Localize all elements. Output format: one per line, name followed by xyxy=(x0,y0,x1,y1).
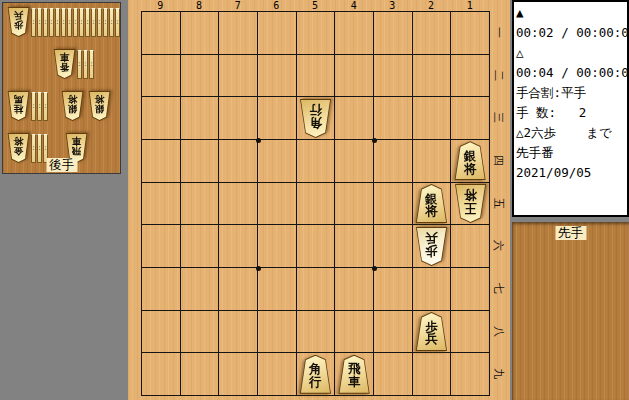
stacked-piece-edge: : xyxy=(49,8,54,37)
piece-歩兵-sente[interactable]: 歩兵 xyxy=(415,312,448,351)
gote-side-panel: 飛車金将:::銀将銀将桂馬:::香車:::歩兵::::::::::::::: 後… xyxy=(0,0,128,400)
sente-captured-tray[interactable]: 先手 xyxy=(512,222,629,400)
square-2-八[interactable]: 歩兵 xyxy=(413,311,452,354)
piece-歩兵-gote[interactable]: 歩兵 xyxy=(415,227,448,266)
square-8-六[interactable] xyxy=(181,225,220,268)
file-label-7: 7 xyxy=(218,0,257,11)
file-label-2: 2 xyxy=(412,0,451,11)
rank-label-一: 一 xyxy=(490,11,507,54)
square-6-三[interactable] xyxy=(258,97,297,140)
square-1-四[interactable]: 銀将 xyxy=(451,140,490,183)
square-7-六[interactable] xyxy=(219,225,258,268)
board-grid: 角行銀将銀将王将歩兵歩兵角行飛車 xyxy=(141,11,490,396)
rank-label-三: 三 xyxy=(490,96,507,139)
square-3-五[interactable] xyxy=(374,183,413,226)
square-9-九[interactable] xyxy=(142,353,181,396)
gote-captured-tray[interactable]: 飛車金将:::銀将銀将桂馬:::香車:::歩兵::::::::::::::: 後… xyxy=(2,2,121,174)
piece-銀将-sente[interactable]: 銀将 xyxy=(415,184,448,223)
square-2-九[interactable] xyxy=(413,353,452,396)
file-label-1: 1 xyxy=(450,0,489,11)
info-line-1: 00:02 / 00:00:02 xyxy=(516,23,625,43)
rank-label-四: 四 xyxy=(490,139,507,182)
stacked-piece-edge: : xyxy=(67,8,72,37)
square-7-一[interactable] xyxy=(219,12,258,55)
square-8-一[interactable] xyxy=(181,12,220,55)
gote-hand-桂馬-x4[interactable]: 桂馬::: xyxy=(7,91,48,121)
square-2-一[interactable] xyxy=(413,12,452,55)
stacked-piece-edge: : xyxy=(43,92,48,121)
square-8-四[interactable] xyxy=(181,140,220,183)
square-1-六[interactable] xyxy=(451,225,490,268)
piece-inner: 銀将 xyxy=(416,185,447,222)
stacked-piece-edge: : xyxy=(31,8,36,37)
square-7-七[interactable] xyxy=(219,268,258,311)
square-1-一[interactable] xyxy=(451,12,490,55)
file-label-6: 6 xyxy=(257,0,296,11)
info-line-7: 先手番 xyxy=(516,143,625,163)
square-3-七[interactable] xyxy=(374,268,413,311)
rank-label-九: 九 xyxy=(490,352,507,395)
square-8-九[interactable] xyxy=(181,353,220,396)
square-2-六[interactable]: 歩兵 xyxy=(413,225,452,268)
square-9-三[interactable] xyxy=(142,97,181,140)
square-5-八[interactable] xyxy=(297,311,336,354)
stacked-piece-edge: : xyxy=(85,8,90,37)
square-1-七[interactable] xyxy=(451,268,490,311)
square-5-七[interactable] xyxy=(297,268,336,311)
square-2-四[interactable] xyxy=(413,140,452,183)
stacked-piece-edge: : xyxy=(77,50,82,79)
square-7-九[interactable] xyxy=(219,353,258,396)
square-4-三[interactable] xyxy=(335,97,374,140)
shogi-app: 飛車金将:::銀将銀将桂馬:::香車:::歩兵::::::::::::::: 後… xyxy=(0,0,629,400)
info-side-panel: ▲00:02 / 00:00:02△00:04 / 00:00:04手合割:平手… xyxy=(510,0,629,400)
square-1-五[interactable]: 王将 xyxy=(451,183,490,226)
stacked-piece-edge: : xyxy=(79,8,84,37)
gote-hand-香車-x4[interactable]: 香車::: xyxy=(53,49,94,79)
stacked-piece-edge: : xyxy=(37,8,42,37)
square-4-七[interactable] xyxy=(335,268,374,311)
square-6-二[interactable] xyxy=(258,55,297,98)
stacked-piece-edge: : xyxy=(109,8,114,37)
square-4-二[interactable] xyxy=(335,55,374,98)
info-line-4: 手合割:平手 xyxy=(516,83,625,103)
stacked-piece-edge: : xyxy=(91,8,96,37)
piece-桂馬-gote[interactable]: 桂馬 xyxy=(7,91,30,121)
square-5-六[interactable] xyxy=(297,225,336,268)
sente-label: 先手 xyxy=(555,226,586,240)
square-4-八[interactable] xyxy=(335,311,374,354)
info-line-0: ▲ xyxy=(516,3,625,23)
square-9-四[interactable] xyxy=(142,140,181,183)
rank-label-二: 二 xyxy=(490,54,507,97)
square-1-三[interactable] xyxy=(451,97,490,140)
square-4-一[interactable] xyxy=(335,12,374,55)
square-3-九[interactable] xyxy=(374,353,413,396)
stacked-piece-edge: : xyxy=(97,8,102,37)
file-label-8: 8 xyxy=(180,0,219,11)
hoshi-dot xyxy=(256,138,261,143)
stacked-piece-edge: : xyxy=(31,134,36,163)
square-6-七[interactable] xyxy=(258,268,297,311)
square-6-八[interactable] xyxy=(258,311,297,354)
square-4-九[interactable]: 飛車 xyxy=(335,353,374,396)
stacked-piece-edge: : xyxy=(61,8,66,37)
square-9-一[interactable] xyxy=(142,12,181,55)
square-9-六[interactable] xyxy=(142,225,181,268)
piece-inner: 歩兵 xyxy=(416,228,447,265)
file-labels: 987654321 xyxy=(141,0,489,11)
stacked-piece-edge: : xyxy=(115,8,120,37)
hoshi-dot xyxy=(256,266,261,271)
square-7-八[interactable] xyxy=(219,311,258,354)
piece-inner: 角行 xyxy=(300,100,331,137)
rank-label-六: 六 xyxy=(490,224,507,267)
square-2-三[interactable] xyxy=(413,97,452,140)
square-7-二[interactable] xyxy=(219,55,258,98)
square-8-七[interactable] xyxy=(181,268,220,311)
rank-labels: 一二三四五六七八九 xyxy=(490,11,507,395)
square-4-五[interactable] xyxy=(335,183,374,226)
rank-label-七: 七 xyxy=(490,267,507,310)
square-5-五[interactable] xyxy=(297,183,336,226)
rank-label-八: 八 xyxy=(490,310,507,353)
info-line-5: 手 数: 2 xyxy=(516,103,625,123)
square-5-三[interactable]: 角行 xyxy=(297,97,336,140)
square-3-六[interactable] xyxy=(374,225,413,268)
square-9-五[interactable] xyxy=(142,183,181,226)
square-7-五[interactable] xyxy=(219,183,258,226)
stacked-piece-edge: : xyxy=(55,8,60,37)
gote-label: 後手 xyxy=(46,158,77,172)
info-panel: ▲00:02 / 00:00:02△00:04 / 00:00:04手合割:平手… xyxy=(512,0,629,217)
square-5-二[interactable] xyxy=(297,55,336,98)
piece-inner: 銀将 xyxy=(455,142,486,179)
info-line-8: 2021/09/05 xyxy=(516,163,625,183)
piece-飛車-sente[interactable]: 飛車 xyxy=(338,355,371,394)
square-2-五[interactable]: 銀将 xyxy=(413,183,452,226)
square-6-六[interactable] xyxy=(258,225,297,268)
square-3-四[interactable] xyxy=(374,140,413,183)
square-1-八[interactable] xyxy=(451,311,490,354)
square-5-九[interactable]: 角行 xyxy=(297,353,336,396)
square-6-五[interactable] xyxy=(258,183,297,226)
square-9-七[interactable] xyxy=(142,268,181,311)
square-5-四[interactable] xyxy=(297,140,336,183)
piece-角行-sente[interactable]: 角行 xyxy=(299,355,332,394)
hoshi-dot xyxy=(372,138,377,143)
piece-銀将-gote[interactable]: 銀将 xyxy=(61,91,84,121)
info-line-2: △ xyxy=(516,43,625,63)
shogi-board: 987654321 角行銀将銀将王将歩兵歩兵角行飛車 一二三四五六七八九 xyxy=(128,0,510,400)
file-label-3: 3 xyxy=(373,0,412,11)
file-label-4: 4 xyxy=(334,0,373,11)
square-3-八[interactable] xyxy=(374,311,413,354)
gote-hand-金将-x4[interactable]: 金将::: xyxy=(7,133,48,163)
piece-銀将-gote[interactable]: 銀将 xyxy=(88,91,111,121)
square-6-一[interactable] xyxy=(258,12,297,55)
square-8-二[interactable] xyxy=(181,55,220,98)
piece-銀将-sente[interactable]: 銀将 xyxy=(454,141,487,180)
square-1-九[interactable] xyxy=(451,353,490,396)
piece-香車-gote[interactable]: 香車 xyxy=(53,49,76,79)
square-6-四[interactable] xyxy=(258,140,297,183)
stacked-piece-edge: : xyxy=(37,92,42,121)
rank-label-五: 五 xyxy=(490,182,507,225)
piece-inner: 飛車 xyxy=(339,356,370,393)
info-line-6: △2六歩 まで xyxy=(516,123,625,143)
file-label-5: 5 xyxy=(296,0,335,11)
square-4-六[interactable] xyxy=(335,225,374,268)
gote-hand-歩兵-x16[interactable]: 歩兵::::::::::::::: xyxy=(7,7,120,37)
stacked-piece-edge: : xyxy=(83,50,88,79)
square-7-三[interactable] xyxy=(219,97,258,140)
square-3-一[interactable] xyxy=(374,12,413,55)
stacked-piece-edge: : xyxy=(31,92,36,121)
square-8-八[interactable] xyxy=(181,311,220,354)
stacked-piece-edge: : xyxy=(37,134,42,163)
stacked-piece-edge: : xyxy=(43,8,48,37)
square-2-二[interactable] xyxy=(413,55,452,98)
piece-王将-gote[interactable]: 王将 xyxy=(454,184,487,223)
info-line-3: 00:04 / 00:00:04 xyxy=(516,63,625,83)
stacked-piece-edge: : xyxy=(73,8,78,37)
piece-金将-gote[interactable]: 金将 xyxy=(7,133,30,163)
square-7-四[interactable] xyxy=(219,140,258,183)
square-8-五[interactable] xyxy=(181,183,220,226)
piece-inner: 角行 xyxy=(300,356,331,393)
gote-hand-銀将-x2[interactable]: 銀将銀将 xyxy=(61,91,111,121)
piece-歩兵-gote[interactable]: 歩兵 xyxy=(7,7,30,37)
square-2-七[interactable] xyxy=(413,268,452,311)
hoshi-dot xyxy=(372,266,377,271)
square-1-二[interactable] xyxy=(451,55,490,98)
square-9-二[interactable] xyxy=(142,55,181,98)
square-6-九[interactable] xyxy=(258,353,297,396)
stacked-piece-edge: : xyxy=(103,8,108,37)
square-8-三[interactable] xyxy=(181,97,220,140)
piece-inner: 歩兵 xyxy=(416,313,447,350)
file-label-9: 9 xyxy=(141,0,180,11)
square-9-八[interactable] xyxy=(142,311,181,354)
square-3-二[interactable] xyxy=(374,55,413,98)
square-3-三[interactable] xyxy=(374,97,413,140)
square-5-一[interactable] xyxy=(297,12,336,55)
square-4-四[interactable] xyxy=(335,140,374,183)
stacked-piece-edge: : xyxy=(89,50,94,79)
piece-角行-gote[interactable]: 角行 xyxy=(299,99,332,138)
